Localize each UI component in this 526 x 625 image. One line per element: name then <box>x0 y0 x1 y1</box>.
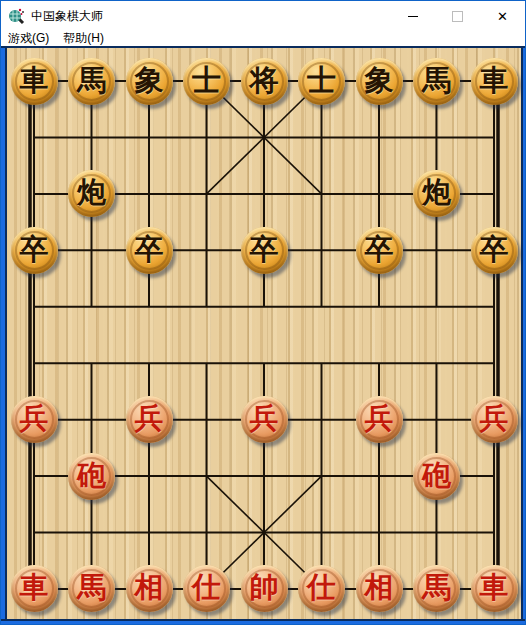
piece-glyph: 将 <box>250 66 279 95</box>
piece-black-soldier[interactable]: 卒 <box>11 227 58 274</box>
piece-glyph: 兵 <box>365 404 394 433</box>
piece-glyph: 炮 <box>422 178 451 207</box>
piece-glyph: 砲 <box>77 461 106 490</box>
piece-glyph: 馬 <box>422 573 451 602</box>
board-frame-right <box>521 48 526 625</box>
piece-glyph: 仕 <box>307 573 336 602</box>
piece-black-elephant[interactable]: 象 <box>126 58 173 105</box>
board-grid <box>1 48 526 625</box>
piece-red-elephant[interactable]: 相 <box>356 565 403 612</box>
piece-glyph: 砲 <box>422 461 451 490</box>
maximize-icon <box>452 11 463 22</box>
piece-glyph: 帥 <box>250 573 279 602</box>
maximize-button[interactable] <box>435 1 480 31</box>
menu-game[interactable]: 游戏(G) <box>1 31 56 46</box>
board-frame-bottom <box>1 619 526 625</box>
piece-red-soldier[interactable]: 兵 <box>126 396 173 443</box>
piece-black-horse[interactable]: 馬 <box>413 58 460 105</box>
piece-red-soldier[interactable]: 兵 <box>241 396 288 443</box>
app-icon <box>8 8 25 25</box>
piece-black-soldier[interactable]: 卒 <box>356 227 403 274</box>
piece-black-elephant[interactable]: 象 <box>356 58 403 105</box>
piece-glyph: 車 <box>20 66 49 95</box>
minimize-button[interactable] <box>390 1 435 31</box>
piece-black-advisor[interactable]: 士 <box>298 58 345 105</box>
piece-glyph: 兵 <box>20 404 49 433</box>
piece-glyph: 士 <box>307 66 336 95</box>
piece-glyph: 相 <box>135 573 164 602</box>
piece-red-cannon[interactable]: 砲 <box>68 453 115 500</box>
piece-glyph: 馬 <box>77 66 106 95</box>
app-window: { "window": { "title": "中国象棋大师", "contro… <box>0 0 526 625</box>
piece-red-soldier[interactable]: 兵 <box>11 396 58 443</box>
piece-red-general[interactable]: 帥 <box>241 565 288 612</box>
piece-glyph: 炮 <box>77 178 106 207</box>
piece-glyph: 兵 <box>135 404 164 433</box>
menu-bar: 游戏(G) 帮助(H) <box>1 31 525 46</box>
piece-black-advisor[interactable]: 士 <box>183 58 230 105</box>
piece-red-elephant[interactable]: 相 <box>126 565 173 612</box>
piece-glyph: 車 <box>480 573 509 602</box>
piece-glyph: 卒 <box>135 235 164 264</box>
menu-help[interactable]: 帮助(H) <box>56 31 111 46</box>
piece-glyph: 相 <box>365 573 394 602</box>
minimize-icon <box>408 16 418 17</box>
piece-red-cannon[interactable]: 砲 <box>413 453 460 500</box>
piece-black-soldier[interactable]: 卒 <box>471 227 518 274</box>
close-button[interactable]: ✕ <box>480 1 525 31</box>
title-bar: 中国象棋大师 ✕ <box>1 1 525 31</box>
piece-glyph: 馬 <box>422 66 451 95</box>
piece-black-general[interactable]: 将 <box>241 58 288 105</box>
piece-glyph: 仕 <box>192 573 221 602</box>
piece-glyph: 馬 <box>77 573 106 602</box>
piece-glyph: 卒 <box>250 235 279 264</box>
caption-buttons: ✕ <box>390 1 525 31</box>
piece-glyph: 卒 <box>480 235 509 264</box>
piece-black-chariot[interactable]: 車 <box>11 58 58 105</box>
piece-red-chariot[interactable]: 車 <box>11 565 58 612</box>
piece-glyph: 兵 <box>480 404 509 433</box>
window-title: 中国象棋大师 <box>31 8 390 25</box>
piece-glyph: 卒 <box>20 235 49 264</box>
piece-glyph: 卒 <box>365 235 394 264</box>
piece-glyph: 士 <box>192 66 221 95</box>
piece-red-soldier[interactable]: 兵 <box>471 396 518 443</box>
piece-glyph: 兵 <box>250 404 279 433</box>
piece-glyph: 車 <box>20 573 49 602</box>
piece-glyph: 象 <box>135 66 164 95</box>
piece-black-chariot[interactable]: 車 <box>471 58 518 105</box>
piece-red-soldier[interactable]: 兵 <box>356 396 403 443</box>
piece-black-soldier[interactable]: 卒 <box>126 227 173 274</box>
piece-glyph: 車 <box>480 66 509 95</box>
piece-black-soldier[interactable]: 卒 <box>241 227 288 274</box>
piece-red-chariot[interactable]: 車 <box>471 565 518 612</box>
xiangqi-board[interactable]: 車馬象士将士象馬車炮炮卒卒卒卒卒兵兵兵兵兵砲砲車馬相仕帥仕相馬車 <box>1 46 526 625</box>
piece-black-horse[interactable]: 馬 <box>68 58 115 105</box>
close-icon: ✕ <box>497 10 508 23</box>
piece-glyph: 象 <box>365 66 394 95</box>
board-frame-left <box>1 48 7 625</box>
